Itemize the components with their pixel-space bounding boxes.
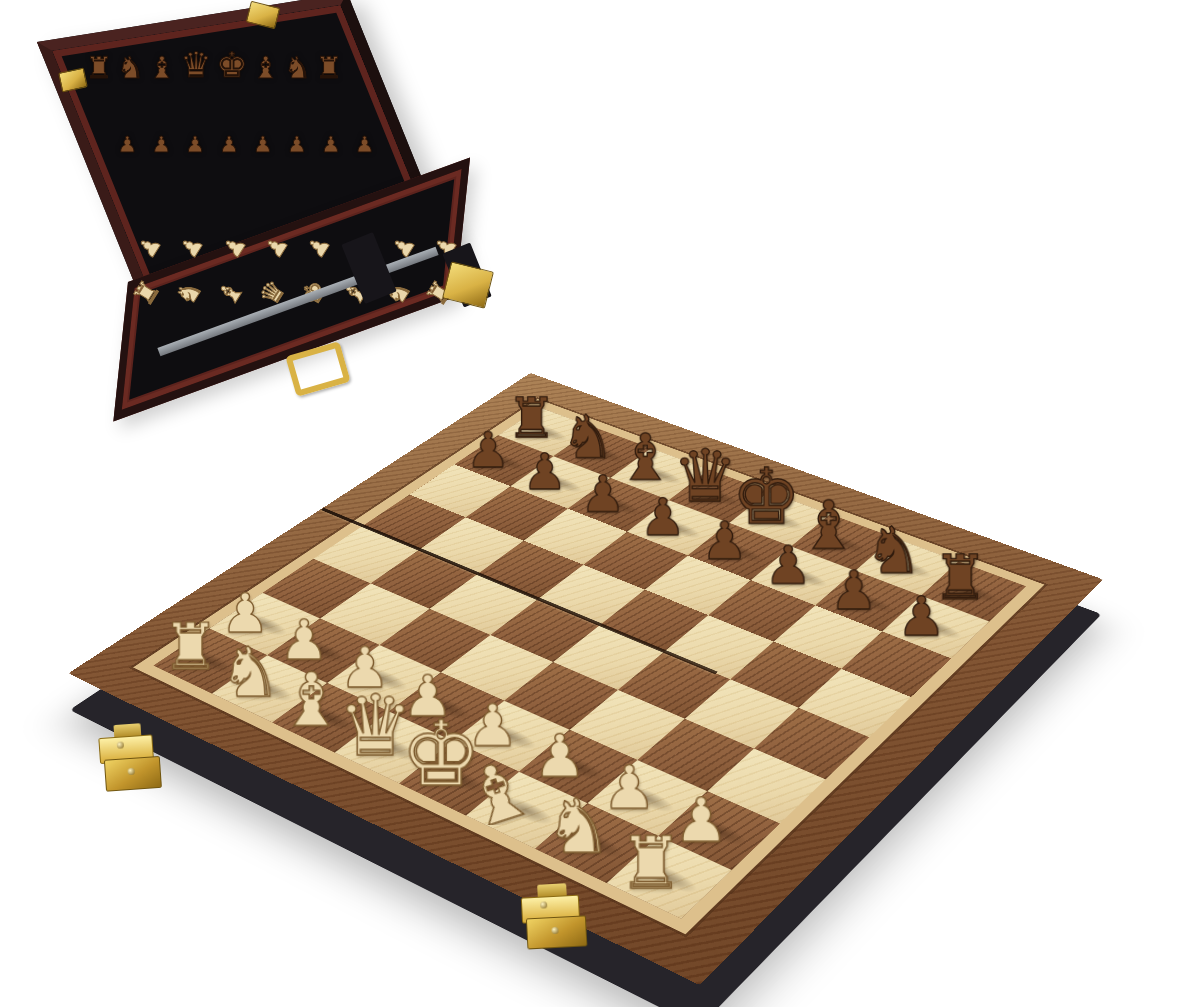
case-piece-rook: ♜: [316, 53, 343, 83]
case-dark-pawns-row: ♟♟♟♟♟♟♟♟: [118, 133, 375, 155]
case-piece-rook: ♜: [128, 275, 164, 310]
square-c4: [430, 574, 538, 635]
product-photo-canvas: ♜♞♝♛♚♝♞♜♟♟♟♟♟♟♟♟♟♟♟♟♟♟♟♟♜♞♝♛♚♝♞♜ ♜♞♝♛♚♝♞…: [0, 0, 1200, 1007]
case-piece-pawn: ♟: [152, 133, 172, 155]
piece-white-knight-b1: ♞: [219, 639, 281, 708]
screw-icon: [551, 927, 558, 934]
case-piece-pawn: ♟: [118, 133, 138, 155]
case-piece-pawn: ♟: [355, 133, 375, 155]
piece-black-knight-b8: ♞: [561, 408, 614, 468]
case-piece-pawn: ♟: [176, 231, 208, 262]
chess-board-3d: ♜♞♝♛♚♝♞♜♟♟♟♟♟♟♟♟♟♟♟♟♟♟♟♟♜♞♝♛♚♝♞♜: [68, 373, 1102, 985]
case-piece-pawn: ♟: [254, 133, 274, 155]
piece-black-pawn-c7: ♟: [580, 469, 625, 519]
piece-black-pawn-b7: ♟: [522, 447, 567, 497]
case-piece-pawn: ♟: [220, 133, 240, 155]
piece-black-pawn-g7: ♟: [830, 564, 878, 618]
case-piece-pawn: ♟: [303, 231, 335, 262]
board-latch-left: [98, 730, 162, 792]
piece-black-pawn-a7: ♟: [466, 426, 510, 475]
piece-white-bishop-f1: ♝: [453, 746, 544, 842]
board-frame: ♜♞♝♛♚♝♞♜♟♟♟♟♟♟♟♟♟♟♟♟♟♟♟♟♜♞♝♛♚♝♞♜: [68, 373, 1102, 985]
piece-white-rook-a1: ♜: [162, 615, 219, 679]
case-piece-pawn: ♟: [134, 231, 166, 262]
piece-white-pawn-f2: ♟: [533, 727, 586, 786]
piece-black-pawn-d7: ♟: [640, 492, 686, 543]
case-piece-king: ♚: [217, 48, 248, 83]
board-latch-front: [521, 890, 588, 949]
case-piece-pawn: ♟: [287, 133, 307, 155]
square-h7: ♟: [882, 596, 989, 659]
case-piece-knight: ♞: [117, 53, 144, 83]
case-piece-knight: ♞: [284, 53, 311, 83]
case-piece-rook: ♜: [86, 53, 113, 83]
case-piece-bishop: ♝: [149, 53, 176, 83]
case-piece-pawn: ♟: [261, 231, 293, 262]
case-piece-pawn: ♟: [186, 133, 206, 155]
case-piece-pawn: ♟: [321, 133, 341, 155]
case-dark-majors-row: ♜♞♝♛♚♝♞♜: [86, 48, 343, 83]
case-piece-pawn: ♟: [218, 231, 250, 262]
piece-black-pawn-h7: ♟: [897, 590, 946, 644]
storage-case: ♜♞♝♛♚♝♞♜ ♟♟♟♟♟♟♟♟ ♟♟♟♟♟♟♟♟ ♜♞♝♛♚♝♞♜: [0, 0, 540, 410]
chess-board: ♜♞♝♛♚♝♞♜♟♟♟♟♟♟♟♟♟♟♟♟♟♟♟♟♜♞♝♛♚♝♞♜: [154, 407, 1026, 918]
case-piece-bishop: ♝: [212, 275, 248, 310]
piece-black-pawn-f7: ♟: [765, 540, 812, 593]
piece-black-pawn-e7: ♟: [701, 515, 748, 567]
case-piece-bishop: ♝: [253, 53, 280, 83]
piece-white-rook-h1: ♜: [619, 828, 683, 900]
piece-white-bishop-c1: ♝: [278, 663, 345, 737]
case-piece-queen: ♛: [181, 48, 212, 83]
piece-white-knight-g1: ♞: [545, 790, 612, 865]
piece-anchor: ♟: [882, 596, 989, 659]
case-piece-knight: ♞: [170, 275, 206, 310]
